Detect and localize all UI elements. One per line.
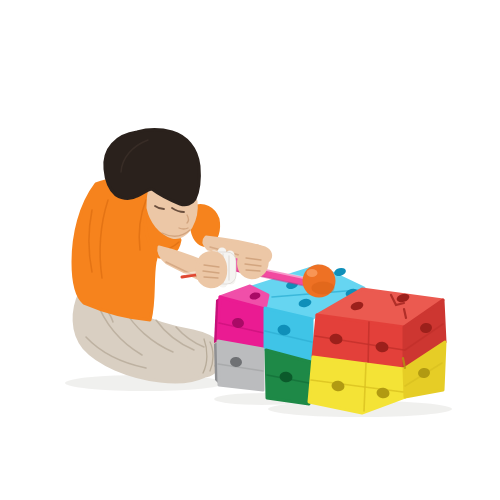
product-photo [0,0,500,500]
far-fist [239,246,268,278]
near-fist-shape [197,253,226,287]
red-vertical-seam [368,322,369,367]
far-fist-shape [239,246,268,278]
near-fist [197,253,226,287]
ball-shade [312,282,335,295]
block-magenta [214,286,268,349]
block-gray [214,341,263,390]
scene-illustration [0,0,500,500]
ball-highlight [307,269,318,277]
